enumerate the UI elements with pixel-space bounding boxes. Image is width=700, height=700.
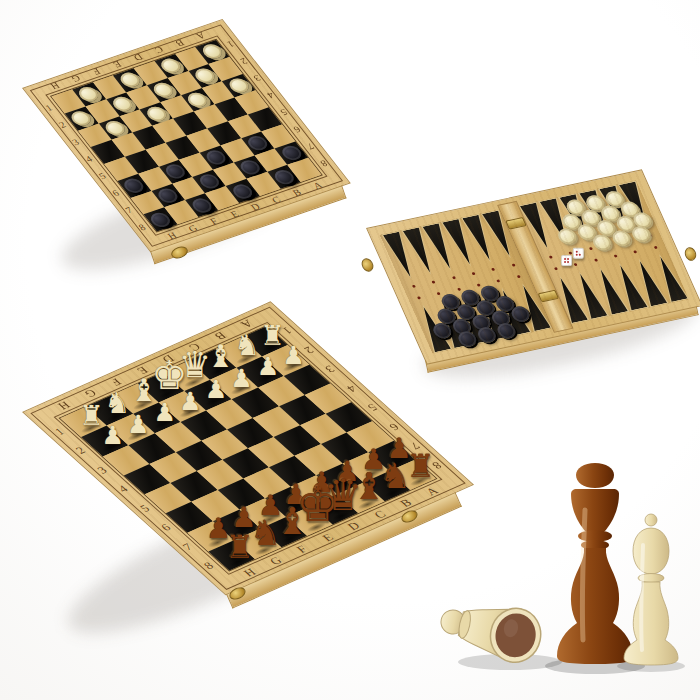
white-pawn: ♟	[179, 389, 201, 414]
point-dot	[471, 272, 475, 275]
point-dot	[452, 276, 456, 279]
white-rook: ♜	[80, 402, 104, 429]
light-backgammon-checker	[590, 233, 613, 252]
brass-latch	[359, 256, 376, 274]
white-pawn: ♟	[257, 354, 279, 379]
white-pawn: ♟	[231, 366, 253, 391]
dark-queen	[557, 463, 633, 664]
point-dot	[633, 250, 637, 253]
white-pawn: ♟	[127, 412, 149, 437]
closeup-pieces	[435, 450, 697, 690]
point-dot	[432, 280, 436, 283]
checkers-board: HGFEDCBAHGFEDCBA1234567812345678	[22, 19, 351, 252]
light-bishop	[624, 514, 678, 665]
point-dot	[653, 246, 657, 249]
point-dot	[516, 275, 520, 278]
white-knight: ♞	[234, 331, 260, 360]
light-backgammon-checker	[610, 229, 633, 248]
product-photo: HGFEDCBAHGFEDCBA1234567812345678 HGFEDCB…	[0, 0, 700, 700]
point-dot	[491, 268, 495, 271]
point-dot	[554, 267, 558, 270]
light-backgammon-checker	[556, 227, 579, 246]
point-dot	[574, 263, 578, 266]
point-dot	[477, 284, 481, 287]
point-dot	[613, 254, 617, 257]
point-dot	[594, 259, 598, 262]
point-dot	[511, 264, 515, 267]
white-pawn: ♟	[282, 343, 304, 368]
point-dot	[412, 285, 416, 288]
white-pawn: ♟	[205, 377, 227, 402]
point-dot	[437, 292, 441, 295]
point-dot	[496, 279, 500, 282]
point-dot	[588, 247, 592, 250]
point-dot	[457, 288, 461, 291]
die	[561, 255, 572, 266]
point-dot	[549, 256, 553, 259]
white-pawn: ♟	[102, 423, 124, 448]
point-dot	[417, 296, 421, 299]
chess-board: HGFEDCBAHGFEDCBA1234567812345678♜♞♝♚♛♝♞♜…	[22, 301, 474, 595]
brown-rook: ♜	[406, 450, 435, 482]
white-pawn: ♟	[153, 400, 175, 425]
brass-latch	[683, 246, 698, 263]
die	[573, 248, 584, 259]
light-backgammon-checker	[630, 225, 653, 244]
white-rook: ♜	[260, 322, 284, 349]
